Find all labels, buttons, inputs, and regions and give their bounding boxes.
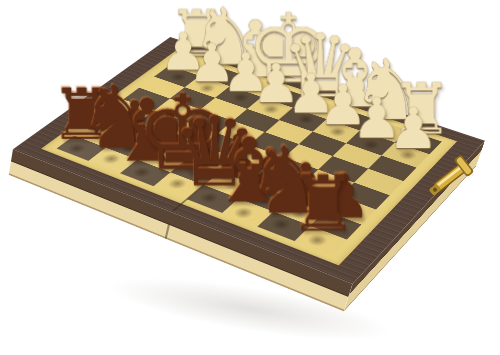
black-rook-glyph: ♜ [246, 165, 400, 242]
chess-board: ♜♞♝♛♚♝♞♜♟♟♟♟♟♟♟♟♟♟♟♟♟♟♟♟♜♞♝♛♚♝♞♜ [13, 37, 485, 284]
brass-latch-icon [420, 144, 488, 206]
chess-set-photo: ♜♞♝♛♚♝♞♜♟♟♟♟♟♟♟♟♟♟♟♟♟♟♟♟♜♞♝♛♚♝♞♜ [0, 0, 500, 355]
box-fold-seam [165, 223, 170, 240]
